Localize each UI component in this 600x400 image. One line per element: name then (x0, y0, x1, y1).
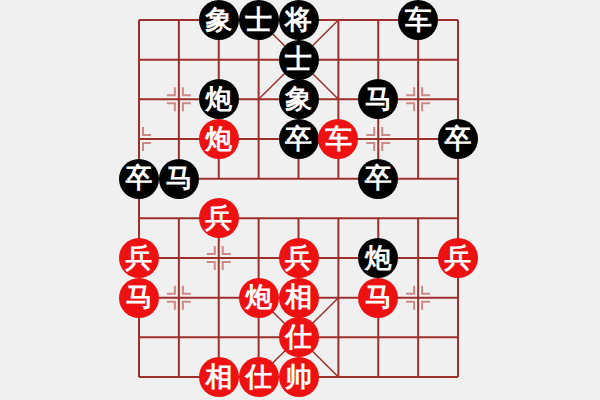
piece-black-soldier[interactable]: 卒 (438, 119, 478, 159)
piece-red-horse[interactable]: 马 (119, 278, 159, 318)
piece-red-advisor[interactable]: 仕 (239, 357, 279, 397)
piece-black-cannon[interactable]: 炮 (199, 79, 239, 119)
piece-black-chariot[interactable]: 车 (398, 0, 438, 40)
piece-red-elephant[interactable]: 相 (199, 357, 239, 397)
piece-red-elephant[interactable]: 相 (279, 278, 319, 318)
piece-black-soldier[interactable]: 卒 (279, 119, 319, 159)
piece-red-soldier[interactable]: 兵 (119, 238, 159, 278)
piece-red-cannon[interactable]: 炮 (239, 278, 279, 318)
piece-black-advisor[interactable]: 士 (279, 40, 319, 80)
piece-black-elephant[interactable]: 象 (199, 0, 239, 40)
piece-black-cannon[interactable]: 炮 (358, 238, 398, 278)
xiangqi-board[interactable]: 象士将车士炮象马炮卒车卒卒马卒兵兵兵炮兵马炮相马仕相仕帅 (139, 20, 458, 377)
piece-red-soldier[interactable]: 兵 (438, 238, 478, 278)
piece-red-horse[interactable]: 马 (358, 278, 398, 318)
piece-black-advisor[interactable]: 士 (239, 0, 279, 40)
piece-black-general[interactable]: 将 (279, 0, 319, 40)
piece-red-cannon[interactable]: 炮 (199, 119, 239, 159)
piece-red-soldier[interactable]: 兵 (279, 238, 319, 278)
piece-black-soldier[interactable]: 卒 (119, 159, 159, 199)
piece-red-advisor[interactable]: 仕 (279, 317, 319, 357)
piece-red-general[interactable]: 帅 (279, 357, 319, 397)
piece-black-elephant[interactable]: 象 (279, 79, 319, 119)
piece-red-soldier[interactable]: 兵 (199, 198, 239, 238)
piece-black-horse[interactable]: 马 (159, 159, 199, 199)
piece-black-soldier[interactable]: 卒 (358, 159, 398, 199)
xiangqi-screenshot: 象士将车士炮象马炮卒车卒卒马卒兵兵兵炮兵马炮相马仕相仕帅 (0, 0, 600, 400)
